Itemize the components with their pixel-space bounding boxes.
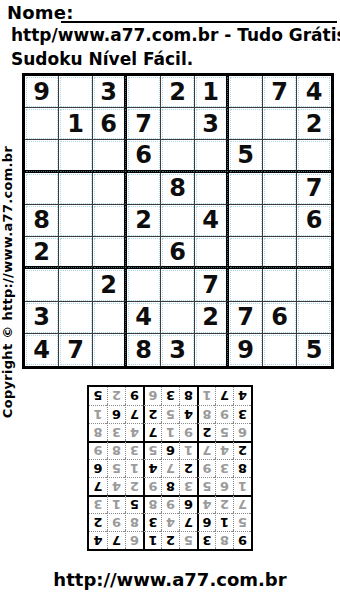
footer-url: http://www.a77.com.br [0, 569, 340, 590]
cell-r1c9: 4 [297, 76, 331, 108]
cell-r4c2[interactable] [59, 173, 93, 205]
cell-r7c9[interactable] [297, 269, 331, 301]
cell-r3c1[interactable] [25, 140, 59, 172]
solution-cell-r1c5: 2 [161, 531, 179, 549]
solution-cell-r2c6: 3 [143, 513, 161, 531]
solution-cell-r2c4: 7 [179, 513, 197, 531]
solution-cell-r5c1: 8 [233, 459, 251, 477]
cell-r1c5: 2 [161, 76, 195, 108]
puzzle-title: Sudoku Nível Fácil. [11, 49, 193, 69]
solution-cell-r1c1: 9 [233, 531, 251, 549]
cell-r3c4: 6 [127, 140, 161, 172]
cell-r7c7[interactable] [229, 269, 263, 301]
solution-cell-r9c5: 3 [161, 387, 179, 405]
cell-r8c2[interactable] [59, 302, 93, 334]
solution-cell-r6c3: 7 [197, 441, 215, 459]
solution-cell-r3c6: 8 [143, 495, 161, 513]
solution-cell-r1c8: 7 [107, 531, 125, 549]
cell-r7c5[interactable] [161, 269, 195, 301]
cell-r7c3: 2 [93, 269, 127, 301]
solution-cell-r7c6: 7 [143, 423, 161, 441]
cell-r7c8[interactable] [263, 269, 297, 301]
solution-cell-r3c1: 7 [233, 495, 251, 513]
cell-r2c4: 7 [127, 108, 161, 140]
cell-r7c2[interactable] [59, 269, 93, 301]
cell-r2c9: 2 [297, 108, 331, 140]
solution-cell-r5c8: 5 [107, 459, 125, 477]
cell-r8c5[interactable] [161, 302, 195, 334]
copyright-vertical-text: Copyright © http://www.a77.com.br [0, 130, 20, 434]
solution-cell-r4c9: 7 [89, 477, 107, 495]
solution-cell-r5c6: 4 [143, 459, 161, 477]
solution-cell-r8c9: 1 [89, 405, 107, 423]
cell-r2c8[interactable] [263, 108, 297, 140]
cell-r4c7[interactable] [229, 173, 263, 205]
solution-cell-r7c9: 8 [89, 423, 107, 441]
site-header: http/www.a77.com.br - Tudo Grátis. [11, 25, 340, 45]
cell-r9c7: 9 [229, 334, 263, 366]
solution-cell-r5c9: 6 [89, 459, 107, 477]
solution-cell-r9c2: 7 [215, 387, 233, 405]
cell-r9c8[interactable] [263, 334, 297, 366]
cell-r1c1: 9 [25, 76, 59, 108]
solution-cell-r8c1: 3 [233, 405, 251, 423]
cell-r5c6: 4 [195, 205, 229, 237]
solution-cell-r7c2: 5 [215, 423, 233, 441]
solution-cell-r1c3: 3 [197, 531, 215, 549]
solution-board-rotated: 9835216745167438927246985131653892478392… [87, 385, 253, 551]
cell-r5c9: 6 [297, 205, 331, 237]
cell-r9c9: 5 [297, 334, 331, 366]
cell-r2c6: 3 [195, 108, 229, 140]
cell-r4c4[interactable] [127, 173, 161, 205]
cell-r3c5[interactable] [161, 140, 195, 172]
solution-cell-r4c6: 9 [143, 477, 161, 495]
solution-cell-r1c7: 6 [125, 531, 143, 549]
cell-r2c7[interactable] [229, 108, 263, 140]
cell-r4c8[interactable] [263, 173, 297, 205]
cell-r4c6[interactable] [195, 173, 229, 205]
cell-r8c6: 2 [195, 302, 229, 334]
cell-r6c5: 6 [161, 237, 195, 269]
solution-cell-r5c4: 2 [179, 459, 197, 477]
name-label: Nome: [7, 2, 74, 23]
cell-r9c3[interactable] [93, 334, 127, 366]
solution-cell-r9c6: 6 [143, 387, 161, 405]
solution-cell-r6c1: 2 [233, 441, 251, 459]
cell-r7c4[interactable] [127, 269, 161, 301]
solution-cell-r6c4: 1 [179, 441, 197, 459]
solution-cell-r3c3: 4 [197, 495, 215, 513]
name-blank-line[interactable] [61, 21, 337, 23]
cell-r3c9[interactable] [297, 140, 331, 172]
solution-cell-r6c9: 9 [89, 441, 107, 459]
solution-cell-r4c5: 8 [161, 477, 179, 495]
solution-cell-r3c8: 1 [107, 495, 125, 513]
worksheet-page: Nome: http/www.a77.com.br - Tudo Grátis.… [0, 0, 340, 596]
cell-r2c5[interactable] [161, 108, 195, 140]
cell-r6c4[interactable] [127, 237, 161, 269]
solution-cell-r3c2: 2 [215, 495, 233, 513]
cell-r6c8[interactable] [263, 237, 297, 269]
solution-cell-r8c4: 4 [179, 405, 197, 423]
cell-r1c4[interactable] [127, 76, 161, 108]
solution-cell-r6c6: 5 [143, 441, 161, 459]
cell-r5c5[interactable] [161, 205, 195, 237]
cell-r1c8: 7 [263, 76, 297, 108]
cell-r8c8: 6 [263, 302, 297, 334]
cell-r5c8[interactable] [263, 205, 297, 237]
solution-cell-r5c2: 3 [215, 459, 233, 477]
solution-cell-r4c2: 6 [215, 477, 233, 495]
solution-cell-r7c7: 4 [125, 423, 143, 441]
solution-cell-r8c7: 7 [125, 405, 143, 423]
solution-cell-r6c7: 3 [125, 441, 143, 459]
solution-cell-r7c3: 2 [197, 423, 215, 441]
cell-r8c1: 3 [25, 302, 59, 334]
cell-r9c1: 4 [25, 334, 59, 366]
solution-cell-r1c4: 5 [179, 531, 197, 549]
solution-cell-r2c2: 1 [215, 513, 233, 531]
cell-r5c1: 8 [25, 205, 59, 237]
sudoku-board: 9321741673265878246262734276478395 [22, 73, 334, 369]
solution-cell-r7c4: 9 [179, 423, 197, 441]
solution-cell-r2c3: 6 [197, 513, 215, 531]
cell-r6c7[interactable] [229, 237, 263, 269]
solution-cell-r9c1: 4 [233, 387, 251, 405]
cell-r4c5: 8 [161, 173, 195, 205]
solution-cell-r9c9: 5 [89, 387, 107, 405]
solution-cell-r1c9: 4 [89, 531, 107, 549]
solution-cell-r3c5: 9 [161, 495, 179, 513]
cell-r5c3[interactable] [93, 205, 127, 237]
cell-r6c2[interactable] [59, 237, 93, 269]
cell-r9c2: 7 [59, 334, 93, 366]
solution-cell-r3c9: 3 [89, 495, 107, 513]
solution-cell-r5c3: 9 [197, 459, 215, 477]
solution-cell-r9c7: 9 [125, 387, 143, 405]
cell-r2c3: 6 [93, 108, 127, 140]
solution-cell-r8c2: 9 [215, 405, 233, 423]
cell-r3c7: 5 [229, 140, 263, 172]
cell-r3c6[interactable] [195, 140, 229, 172]
solution-cell-r9c8: 2 [107, 387, 125, 405]
cell-r1c2[interactable] [59, 76, 93, 108]
cell-r5c4: 2 [127, 205, 161, 237]
cell-r2c2: 1 [59, 108, 93, 140]
solution-cell-r7c5: 1 [161, 423, 179, 441]
cell-r1c6: 1 [195, 76, 229, 108]
cell-r4c1[interactable] [25, 173, 59, 205]
cell-r5c2[interactable] [59, 205, 93, 237]
solution-cell-r2c1: 5 [233, 513, 251, 531]
solution-cell-r4c4: 3 [179, 477, 197, 495]
cell-r3c3[interactable] [93, 140, 127, 172]
solution-cell-r9c3: 1 [197, 387, 215, 405]
cell-r4c9: 7 [297, 173, 331, 205]
cell-r1c3: 3 [93, 76, 127, 108]
cell-r9c4: 8 [127, 334, 161, 366]
cell-r4c3[interactable] [93, 173, 127, 205]
solution-cell-r4c3: 5 [197, 477, 215, 495]
cell-r7c1[interactable] [25, 269, 59, 301]
cell-r8c9[interactable] [297, 302, 331, 334]
cell-r2c1[interactable] [25, 108, 59, 140]
cell-r3c2[interactable] [59, 140, 93, 172]
solution-cell-r3c7: 5 [125, 495, 143, 513]
solution-cell-r7c8: 3 [107, 423, 125, 441]
solution-cell-r6c2: 4 [215, 441, 233, 459]
cell-r8c7: 7 [229, 302, 263, 334]
solution-cell-r5c5: 7 [161, 459, 179, 477]
solution-cell-r2c7: 8 [125, 513, 143, 531]
solution-cell-r8c3: 8 [197, 405, 215, 423]
solution-cell-r8c5: 5 [161, 405, 179, 423]
solution-cell-r2c9: 2 [89, 513, 107, 531]
solution-cell-r4c1: 1 [233, 477, 251, 495]
solution-cell-r4c7: 2 [125, 477, 143, 495]
solution-cell-r8c8: 6 [107, 405, 125, 423]
cell-r8c3[interactable] [93, 302, 127, 334]
solution-cell-r2c5: 4 [161, 513, 179, 531]
cell-r3c8[interactable] [263, 140, 297, 172]
solution-cell-r6c5: 6 [161, 441, 179, 459]
solution-cell-r8c6: 2 [143, 405, 161, 423]
solution-cell-r1c2: 8 [215, 531, 233, 549]
cell-r9c5: 3 [161, 334, 195, 366]
cell-r9c6[interactable] [195, 334, 229, 366]
cell-r6c3[interactable] [93, 237, 127, 269]
solution-cell-r3c4: 6 [179, 495, 197, 513]
cell-r6c1: 2 [25, 237, 59, 269]
solution-cell-r9c4: 8 [179, 387, 197, 405]
solution-cell-r6c8: 8 [107, 441, 125, 459]
solution-cell-r2c8: 9 [107, 513, 125, 531]
cell-r7c6: 7 [195, 269, 229, 301]
cell-r8c4: 4 [127, 302, 161, 334]
cell-r6c6[interactable] [195, 237, 229, 269]
cell-r6c9[interactable] [297, 237, 331, 269]
solution-cell-r1c6: 1 [143, 531, 161, 549]
solution-cell-r4c8: 4 [107, 477, 125, 495]
cell-r5c7[interactable] [229, 205, 263, 237]
solution-cell-r5c7: 1 [125, 459, 143, 477]
cell-r1c7[interactable] [229, 76, 263, 108]
solution-cell-r7c1: 6 [233, 423, 251, 441]
